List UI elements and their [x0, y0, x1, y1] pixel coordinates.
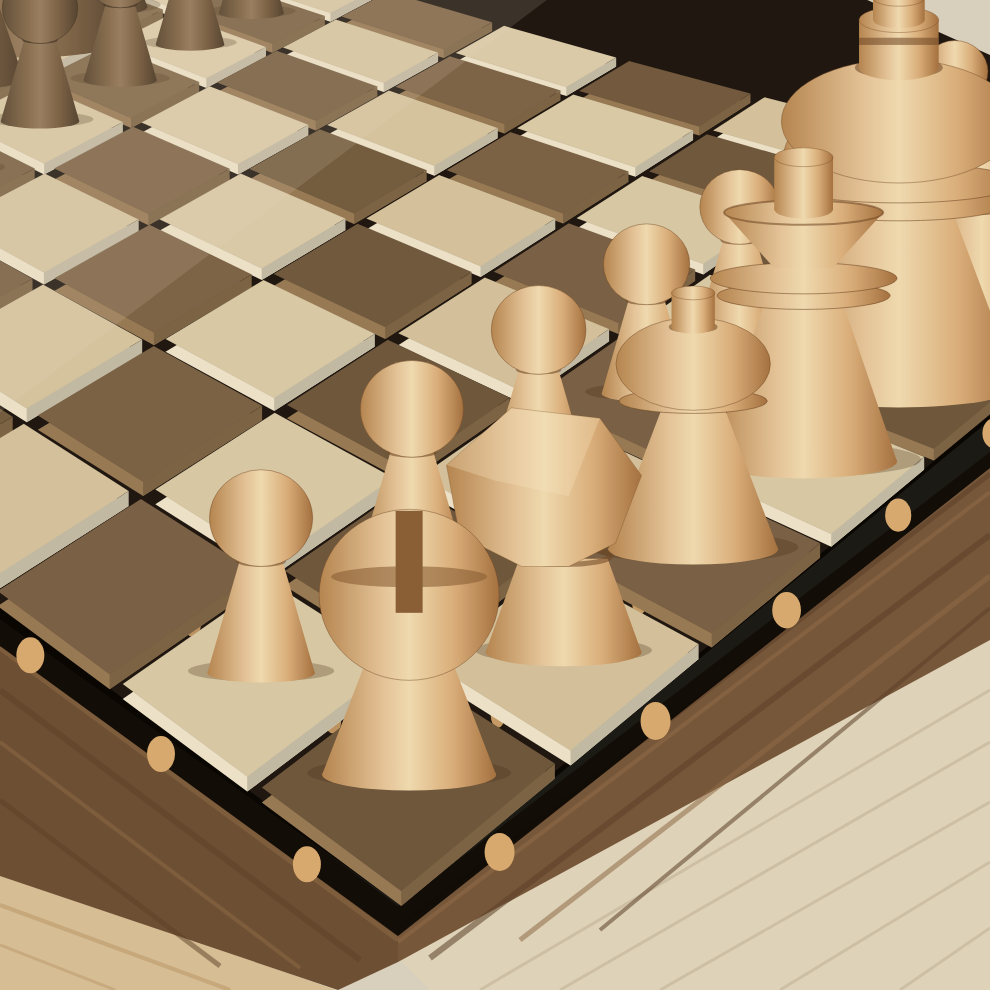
chess-board-photo [0, 0, 990, 990]
chess-scene-canvas [0, 0, 990, 990]
